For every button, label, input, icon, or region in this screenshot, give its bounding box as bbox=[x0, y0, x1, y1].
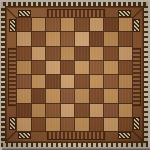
square-e2[interactable] bbox=[75, 104, 89, 117]
square-e6[interactable] bbox=[75, 47, 89, 60]
square-b8[interactable] bbox=[32, 18, 46, 31]
square-f7[interactable] bbox=[90, 32, 104, 45]
chessboard bbox=[1, 2, 148, 147]
inlay-mosaic bbox=[118, 132, 131, 139]
square-f3[interactable] bbox=[90, 89, 104, 102]
square-e1[interactable] bbox=[75, 118, 89, 131]
square-f2[interactable] bbox=[90, 104, 104, 117]
square-g4[interactable] bbox=[104, 75, 118, 88]
square-g5[interactable] bbox=[104, 61, 118, 74]
square-a7[interactable] bbox=[17, 32, 31, 45]
photo-background bbox=[0, 0, 150, 150]
square-h3[interactable] bbox=[119, 89, 133, 102]
square-e5[interactable] bbox=[75, 61, 89, 74]
square-c5[interactable] bbox=[46, 61, 60, 74]
square-b2[interactable] bbox=[32, 104, 46, 117]
square-e4[interactable] bbox=[75, 75, 89, 88]
inlay-mosaic bbox=[133, 19, 140, 32]
square-b4[interactable] bbox=[32, 75, 46, 88]
square-h5[interactable] bbox=[119, 61, 133, 74]
square-h2[interactable] bbox=[119, 104, 133, 117]
square-a2[interactable] bbox=[17, 104, 31, 117]
square-b7[interactable] bbox=[32, 32, 46, 45]
square-b5[interactable] bbox=[32, 61, 46, 74]
inlay-mosaic bbox=[18, 10, 31, 17]
square-b6[interactable] bbox=[32, 47, 46, 60]
playing-grid bbox=[16, 17, 133, 132]
square-b3[interactable] bbox=[32, 89, 46, 102]
inlay-mosaic bbox=[9, 117, 16, 130]
square-c4[interactable] bbox=[46, 75, 60, 88]
square-a4[interactable] bbox=[17, 75, 31, 88]
inlay-rim-right bbox=[144, 6, 148, 143]
square-a3[interactable] bbox=[17, 89, 31, 102]
square-c3[interactable] bbox=[46, 89, 60, 102]
square-f4[interactable] bbox=[90, 75, 104, 88]
square-h8[interactable] bbox=[119, 18, 133, 31]
square-f5[interactable] bbox=[90, 61, 104, 74]
square-a6[interactable] bbox=[17, 47, 31, 60]
frame-miter-line bbox=[131, 8, 142, 19]
square-d2[interactable] bbox=[61, 104, 75, 117]
frame-miter-line bbox=[131, 130, 142, 141]
carved-ornament-right bbox=[132, 48, 141, 106]
square-d1[interactable] bbox=[61, 118, 75, 131]
square-d4[interactable] bbox=[61, 75, 75, 88]
square-a1[interactable] bbox=[17, 118, 31, 131]
inlay-mosaic bbox=[133, 117, 140, 130]
square-c1[interactable] bbox=[46, 118, 60, 131]
inlay-mosaic bbox=[118, 10, 131, 17]
square-h7[interactable] bbox=[119, 32, 133, 45]
square-g8[interactable] bbox=[104, 18, 118, 31]
square-f1[interactable] bbox=[90, 118, 104, 131]
square-e8[interactable] bbox=[75, 18, 89, 31]
square-g6[interactable] bbox=[104, 47, 118, 60]
square-h1[interactable] bbox=[119, 118, 133, 131]
square-d6[interactable] bbox=[61, 47, 75, 60]
square-e7[interactable] bbox=[75, 32, 89, 45]
square-a5[interactable] bbox=[17, 61, 31, 74]
square-f8[interactable] bbox=[90, 18, 104, 31]
inlay-mosaic bbox=[18, 132, 31, 139]
carved-ornament-bottom bbox=[47, 131, 105, 140]
square-a8[interactable] bbox=[17, 18, 31, 31]
inlay-mosaic bbox=[9, 19, 16, 32]
square-d5[interactable] bbox=[61, 61, 75, 74]
square-g2[interactable] bbox=[104, 104, 118, 117]
square-g1[interactable] bbox=[104, 118, 118, 131]
square-g7[interactable] bbox=[104, 32, 118, 45]
drop-shadow bbox=[2, 147, 150, 150]
square-c8[interactable] bbox=[46, 18, 60, 31]
square-e3[interactable] bbox=[75, 89, 89, 102]
square-h4[interactable] bbox=[119, 75, 133, 88]
square-f6[interactable] bbox=[90, 47, 104, 60]
square-b1[interactable] bbox=[32, 118, 46, 131]
square-c6[interactable] bbox=[46, 47, 60, 60]
square-d7[interactable] bbox=[61, 32, 75, 45]
square-c7[interactable] bbox=[46, 32, 60, 45]
square-d3[interactable] bbox=[61, 89, 75, 102]
square-d8[interactable] bbox=[61, 18, 75, 31]
square-h6[interactable] bbox=[119, 47, 133, 60]
square-g3[interactable] bbox=[104, 89, 118, 102]
square-c2[interactable] bbox=[46, 104, 60, 117]
